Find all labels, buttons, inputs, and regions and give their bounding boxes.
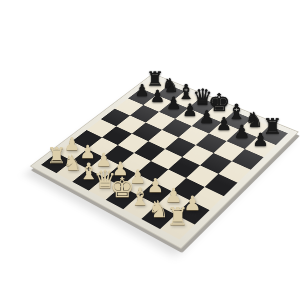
chessboard bbox=[30, 73, 299, 249]
board-squares bbox=[41, 79, 288, 240]
product-photo-scene: ♜♞♟♝♟♛♟♚♟♝♟♞♟♜♟♟♟♟♜♟♞♟♝♟♛♟♚♟♝♟♞♜ bbox=[0, 0, 300, 300]
